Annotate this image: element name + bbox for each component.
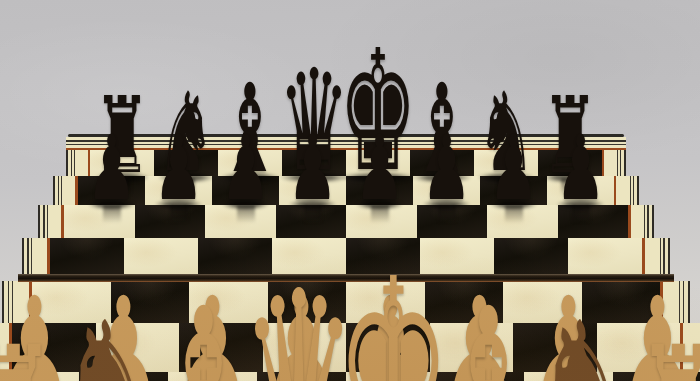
square-h5: [568, 238, 642, 274]
piece-reflection: [237, 205, 255, 223]
board-border-right: [642, 238, 670, 274]
square-f5: [420, 238, 494, 274]
square-h4: [582, 281, 661, 323]
square-f4: [425, 281, 504, 323]
piece-reflection: [103, 205, 121, 223]
board-border-left: [22, 238, 50, 274]
square-g5: [494, 238, 568, 274]
scene-description: Overhead-angle photograph of an ebonised…: [0, 0, 1, 1]
piece-reflection: [371, 205, 389, 223]
square-e5: [346, 238, 420, 274]
piece-reflection: [305, 178, 323, 196]
square-b5: [124, 238, 198, 274]
piece-reflection: [561, 178, 579, 196]
square-d5: [272, 238, 346, 274]
board-border-left: [2, 281, 32, 323]
square-g4: [503, 281, 582, 323]
board-rank-row-3: [0, 323, 700, 372]
square-h2: [613, 372, 700, 381]
board-rank-row-4: [2, 281, 690, 323]
piece-reflection: [572, 205, 590, 223]
board-fold-seam: [18, 274, 674, 282]
piece-reflection: [438, 205, 456, 223]
board-border-left: [38, 205, 64, 238]
board-border-left: [0, 323, 12, 372]
square-c3: [179, 323, 263, 372]
square-e4: [346, 281, 425, 323]
piece-reflection: [497, 178, 515, 196]
piece-reflection: [304, 205, 322, 223]
square-b4: [111, 281, 190, 323]
board-border-right: [628, 205, 654, 238]
board-rank-row-6: [38, 205, 654, 238]
square-c4: [189, 281, 268, 323]
square-f2: [435, 372, 524, 381]
square-g3: [513, 323, 597, 372]
square-a6: [64, 205, 135, 238]
square-b3: [96, 323, 180, 372]
square-g2: [524, 372, 613, 381]
square-a2: [0, 372, 79, 381]
square-f3: [430, 323, 514, 372]
square-a5: [50, 238, 124, 274]
square-a3: [12, 323, 96, 372]
square-e3: [346, 323, 430, 372]
square-d2: [257, 372, 346, 381]
square-d4: [268, 281, 347, 323]
board-border-right: [602, 150, 626, 176]
piece-reflection: [241, 178, 259, 196]
board-rank-row-2: [0, 372, 700, 381]
square-h6: [558, 205, 629, 238]
square-b2: [79, 372, 168, 381]
board-border-right: [660, 281, 690, 323]
piece-reflection: [170, 205, 188, 223]
board-border-right: [680, 323, 700, 372]
square-c5: [198, 238, 272, 274]
square-h3: [597, 323, 681, 372]
piece-reflection: [177, 178, 195, 196]
square-c2: [168, 372, 257, 381]
piece-reflection: [113, 178, 131, 196]
square-e2: [346, 372, 435, 381]
square-d3: [263, 323, 347, 372]
board-border-left: [66, 150, 90, 176]
board-rank-row-8: [66, 150, 626, 176]
chessboard-photo: Overhead-angle photograph of an ebonised…: [0, 0, 700, 381]
board-border-right: [614, 176, 639, 205]
board-border-left: [53, 176, 78, 205]
board-rank-row-5: [22, 238, 670, 274]
piece-reflection: [433, 178, 451, 196]
board-top-border: [66, 137, 626, 150]
square-a4: [32, 281, 111, 323]
piece-reflection: [505, 205, 523, 223]
